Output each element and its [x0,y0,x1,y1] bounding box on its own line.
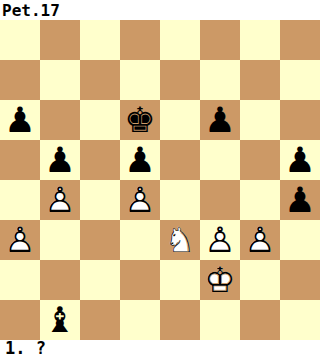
black-pawn-piece[interactable]: ♟ [280,180,320,220]
square-e2[interactable] [160,260,200,300]
square-c5[interactable] [80,140,120,180]
chess-diagram-page: { "game": "chess", "title": "Pet.17", "c… [0,0,320,360]
square-b8[interactable] [40,20,80,60]
square-g5[interactable] [240,140,280,180]
black-bishop-piece[interactable]: ♝ [40,300,80,340]
black-pawn-piece[interactable]: ♟ [280,140,320,180]
square-d3[interactable] [120,220,160,260]
square-f1[interactable] [200,300,240,340]
square-a6[interactable]: ♟ [0,100,40,140]
white-king-piece[interactable]: ♚♔ [200,260,240,300]
square-a5[interactable] [0,140,40,180]
square-d8[interactable] [120,20,160,60]
black-king-piece[interactable]: ♚ [120,100,160,140]
square-g7[interactable] [240,60,280,100]
square-d4[interactable]: ♟♙ [120,180,160,220]
white-piece-outline: ♘ [160,220,200,260]
square-d2[interactable] [120,260,160,300]
square-a4[interactable] [0,180,40,220]
white-piece-outline: ♔ [200,260,240,300]
square-a3[interactable]: ♟♙ [0,220,40,260]
square-e5[interactable] [160,140,200,180]
square-c7[interactable] [80,60,120,100]
white-pawn-piece[interactable]: ♟♙ [0,220,40,260]
black-pawn-piece[interactable]: ♟ [40,140,80,180]
square-f7[interactable] [200,60,240,100]
square-h3[interactable] [280,220,320,260]
square-f5[interactable] [200,140,240,180]
square-f6[interactable]: ♟ [200,100,240,140]
square-b3[interactable] [40,220,80,260]
white-piece-outline: ♙ [120,180,160,220]
square-h5[interactable]: ♟ [280,140,320,180]
square-a1[interactable] [0,300,40,340]
square-e4[interactable] [160,180,200,220]
square-e3[interactable]: ♞♘ [160,220,200,260]
white-piece-outline: ♙ [40,180,80,220]
square-e1[interactable] [160,300,200,340]
black-pawn-piece[interactable]: ♟ [0,100,40,140]
black-pawn-piece[interactable]: ♟ [200,100,240,140]
square-c2[interactable] [80,260,120,300]
square-b6[interactable] [40,100,80,140]
square-d7[interactable] [120,60,160,100]
square-h1[interactable] [280,300,320,340]
square-c4[interactable] [80,180,120,220]
diagram-title: Pet.17 [2,1,60,20]
square-g6[interactable] [240,100,280,140]
black-pawn-piece[interactable]: ♟ [120,140,160,180]
square-h7[interactable] [280,60,320,100]
square-d6[interactable]: ♚ [120,100,160,140]
square-h2[interactable] [280,260,320,300]
square-f3[interactable]: ♟♙ [200,220,240,260]
white-piece-outline: ♙ [200,220,240,260]
square-e8[interactable] [160,20,200,60]
square-b7[interactable] [40,60,80,100]
square-a8[interactable] [0,20,40,60]
square-c8[interactable] [80,20,120,60]
square-h8[interactable] [280,20,320,60]
white-piece-outline: ♙ [240,220,280,260]
square-d1[interactable] [120,300,160,340]
square-g4[interactable] [240,180,280,220]
square-f8[interactable] [200,20,240,60]
white-pawn-piece[interactable]: ♟♙ [120,180,160,220]
square-d5[interactable]: ♟ [120,140,160,180]
square-b2[interactable] [40,260,80,300]
white-knight-piece[interactable]: ♞♘ [160,220,200,260]
white-pawn-piece[interactable]: ♟♙ [40,180,80,220]
square-b1[interactable]: ♝ [40,300,80,340]
square-g2[interactable] [240,260,280,300]
square-g8[interactable] [240,20,280,60]
white-piece-outline: ♙ [0,220,40,260]
square-b5[interactable]: ♟ [40,140,80,180]
square-g1[interactable] [240,300,280,340]
square-e6[interactable] [160,100,200,140]
square-g3[interactable]: ♟♙ [240,220,280,260]
square-a2[interactable] [0,260,40,300]
square-f4[interactable] [200,180,240,220]
square-a7[interactable] [0,60,40,100]
white-pawn-piece[interactable]: ♟♙ [200,220,240,260]
square-c6[interactable] [80,100,120,140]
square-b4[interactable]: ♟♙ [40,180,80,220]
square-c3[interactable] [80,220,120,260]
square-h6[interactable] [280,100,320,140]
square-e7[interactable] [160,60,200,100]
square-c1[interactable] [80,300,120,340]
white-pawn-piece[interactable]: ♟♙ [240,220,280,260]
square-h4[interactable]: ♟ [280,180,320,220]
chess-board: ♟♚♟♟♟♟♟♙♟♙♟♟♙♞♘♟♙♟♙♚♔♝ [0,20,320,340]
square-f2[interactable]: ♚♔ [200,260,240,300]
move-prompt: 1. ? [5,338,46,358]
